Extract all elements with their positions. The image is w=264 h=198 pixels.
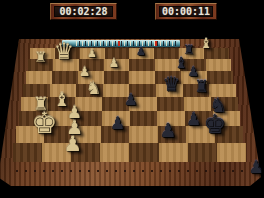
black-clock-screen: 00:00:11 [159, 6, 213, 17]
piece-wK-b1[interactable]: ♚ [31, 109, 57, 138]
square-g8[interactable] [206, 59, 231, 71]
square-f8[interactable] [207, 71, 233, 84]
tray-red-marker [118, 41, 120, 46]
piece-wP-a2[interactable]: ♟ [63, 134, 82, 155]
captured-white-bishop: ♝ [200, 36, 213, 50]
square-a5[interactable] [129, 143, 158, 162]
black-clock-time: 00:00:11 [162, 7, 210, 17]
piece-wQ-g2[interactable]: ♛ [54, 40, 74, 63]
square-a4[interactable] [100, 143, 129, 162]
frame-inlay-dots [16, 170, 244, 172]
white-clock: 00:02:28 [50, 3, 117, 20]
piece-bP-h5[interactable]: ♟ [136, 46, 146, 57]
piece-wP-g4[interactable]: ♟ [108, 57, 119, 69]
white-clock-time: 00:02:28 [59, 7, 107, 17]
white-clock-screen: 00:02:28 [54, 6, 113, 17]
square-b5[interactable] [129, 126, 157, 143]
piece-wP-f3[interactable]: ♟ [79, 65, 91, 78]
square-c5[interactable] [130, 111, 158, 126]
piece-bB-g7[interactable]: ♝ [174, 56, 187, 71]
square-f2[interactable] [52, 71, 78, 84]
piece-bP-b6[interactable]: ♟ [160, 121, 177, 140]
piece-bP-c7[interactable]: ♟ [186, 111, 201, 128]
piece-wR-g1[interactable]: ♜ [34, 51, 46, 65]
captured-black-piece: ♟ [248, 159, 263, 176]
square-g5[interactable] [129, 59, 154, 71]
square-a8[interactable] [217, 143, 246, 162]
square-d6[interactable] [157, 97, 184, 111]
piece-bR-e7[interactable]: ♜ [195, 79, 209, 95]
piece-wN-e3[interactable]: ♞ [86, 80, 102, 98]
square-f5[interactable] [129, 71, 155, 84]
captured-pieces-tray-icons [76, 41, 176, 46]
piece-bQ-e6[interactable]: ♛ [162, 75, 180, 95]
square-f1[interactable] [26, 71, 52, 84]
square-a6[interactable] [159, 143, 188, 162]
square-a1[interactable] [13, 143, 42, 162]
piece-bK-b8[interactable]: ♚ [203, 112, 226, 137]
piece-wP-h3[interactable]: ♟ [87, 48, 97, 59]
square-a7[interactable] [188, 143, 217, 162]
tray-red-marker [155, 41, 157, 46]
square-f4[interactable] [104, 71, 130, 84]
black-clock: 00:00:11 [155, 3, 217, 20]
piece-bP-c4[interactable]: ♟ [110, 115, 125, 132]
game-screen: 00:02:28 00:00:11 ♚♛♜♜♝♞♟♟♟♟♟♟♚♛♜♜♝♞♟♟♟♟… [0, 0, 264, 198]
piece-bP-d5[interactable]: ♟ [124, 93, 138, 109]
